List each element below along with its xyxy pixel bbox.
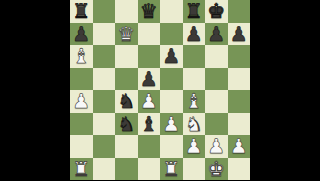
square-f6[interactable]: [183, 45, 206, 68]
square-b2[interactable]: [93, 135, 116, 158]
piece-white-pawn[interactable]: ♟: [185, 136, 203, 156]
square-e6[interactable]: ♟: [160, 45, 183, 68]
square-g3[interactable]: [205, 113, 228, 136]
piece-white-pawn[interactable]: ♟: [140, 91, 158, 111]
square-d6[interactable]: [138, 45, 161, 68]
square-h2[interactable]: ♟: [228, 135, 251, 158]
square-h5[interactable]: [228, 68, 251, 91]
square-c2[interactable]: [115, 135, 138, 158]
square-f5[interactable]: [183, 68, 206, 91]
square-g4[interactable]: [205, 90, 228, 113]
square-h6[interactable]: [228, 45, 251, 68]
square-h1[interactable]: [228, 158, 251, 181]
square-c7[interactable]: ♛: [115, 23, 138, 46]
square-c5[interactable]: [115, 68, 138, 91]
piece-white-rook[interactable]: ♜: [72, 158, 90, 178]
square-c6[interactable]: [115, 45, 138, 68]
piece-white-pawn[interactable]: ♟: [72, 91, 90, 111]
square-f2[interactable]: ♟: [183, 135, 206, 158]
square-d1[interactable]: [138, 158, 161, 181]
piece-black-pawn[interactable]: ♟: [72, 23, 90, 43]
square-f3[interactable]: ♞: [183, 113, 206, 136]
square-d5[interactable]: ♟: [138, 68, 161, 91]
letterbox-right: [250, 0, 320, 180]
piece-white-knight[interactable]: ♞: [185, 113, 203, 133]
square-d7[interactable]: [138, 23, 161, 46]
square-c8[interactable]: [115, 0, 138, 23]
piece-white-king[interactable]: ♚: [207, 158, 225, 178]
piece-black-pawn[interactable]: ♟: [230, 23, 248, 43]
square-c1[interactable]: [115, 158, 138, 181]
square-g1[interactable]: ♚: [205, 158, 228, 181]
piece-white-rook[interactable]: ♜: [162, 158, 180, 178]
square-e1[interactable]: ♜: [160, 158, 183, 181]
square-g2[interactable]: ♟: [205, 135, 228, 158]
square-a5[interactable]: [70, 68, 93, 91]
square-f7[interactable]: ♟: [183, 23, 206, 46]
square-a8[interactable]: ♜: [70, 0, 93, 23]
piece-black-knight[interactable]: ♞: [117, 91, 135, 111]
square-b5[interactable]: [93, 68, 116, 91]
square-d8[interactable]: ♛: [138, 0, 161, 23]
square-h8[interactable]: [228, 0, 251, 23]
piece-black-pawn[interactable]: ♟: [140, 68, 158, 88]
square-e5[interactable]: [160, 68, 183, 91]
piece-black-queen[interactable]: ♛: [140, 1, 158, 21]
piece-black-rook[interactable]: ♜: [185, 1, 203, 21]
square-g7[interactable]: ♟: [205, 23, 228, 46]
piece-white-bishop[interactable]: ♝: [185, 91, 203, 111]
letterbox-left: [0, 0, 70, 180]
square-b6[interactable]: [93, 45, 116, 68]
piece-black-rook[interactable]: ♜: [72, 1, 90, 21]
square-b8[interactable]: [93, 0, 116, 23]
piece-white-bishop[interactable]: ♝: [72, 46, 90, 66]
piece-black-pawn[interactable]: ♟: [185, 23, 203, 43]
square-d2[interactable]: [138, 135, 161, 158]
chess-board[interactable]: ♜♛♜♚♟♛♟♟♟♝♟♟♟♞♟♝♞♝♟♞♟♟♟♜♜♚: [70, 0, 250, 180]
square-e7[interactable]: [160, 23, 183, 46]
square-a3[interactable]: [70, 113, 93, 136]
square-f4[interactable]: ♝: [183, 90, 206, 113]
piece-white-queen[interactable]: ♛: [117, 23, 135, 43]
piece-black-pawn[interactable]: ♟: [207, 23, 225, 43]
square-g5[interactable]: [205, 68, 228, 91]
piece-white-pawn[interactable]: ♟: [162, 113, 180, 133]
square-e2[interactable]: [160, 135, 183, 158]
square-f8[interactable]: ♜: [183, 0, 206, 23]
square-h3[interactable]: [228, 113, 251, 136]
square-g8[interactable]: ♚: [205, 0, 228, 23]
square-a1[interactable]: ♜: [70, 158, 93, 181]
square-e4[interactable]: [160, 90, 183, 113]
square-a2[interactable]: [70, 135, 93, 158]
square-b4[interactable]: [93, 90, 116, 113]
piece-white-pawn[interactable]: ♟: [230, 136, 248, 156]
piece-black-knight[interactable]: ♞: [117, 113, 135, 133]
square-c4[interactable]: ♞: [115, 90, 138, 113]
piece-black-bishop[interactable]: ♝: [140, 113, 158, 133]
square-g6[interactable]: [205, 45, 228, 68]
square-c3[interactable]: ♞: [115, 113, 138, 136]
square-e3[interactable]: ♟: [160, 113, 183, 136]
square-a6[interactable]: ♝: [70, 45, 93, 68]
square-b7[interactable]: [93, 23, 116, 46]
square-a7[interactable]: ♟: [70, 23, 93, 46]
square-b3[interactable]: [93, 113, 116, 136]
square-h7[interactable]: ♟: [228, 23, 251, 46]
piece-black-pawn[interactable]: ♟: [162, 46, 180, 66]
square-f1[interactable]: [183, 158, 206, 181]
square-e8[interactable]: [160, 0, 183, 23]
piece-black-king[interactable]: ♚: [207, 1, 225, 21]
square-h4[interactable]: [228, 90, 251, 113]
square-d3[interactable]: ♝: [138, 113, 161, 136]
square-d4[interactable]: ♟: [138, 90, 161, 113]
app-window: ♜♛♜♚♟♛♟♟♟♝♟♟♟♞♟♝♞♝♟♞♟♟♟♜♜♚: [0, 0, 320, 180]
square-b1[interactable]: [93, 158, 116, 181]
square-a4[interactable]: ♟: [70, 90, 93, 113]
piece-white-pawn[interactable]: ♟: [207, 136, 225, 156]
